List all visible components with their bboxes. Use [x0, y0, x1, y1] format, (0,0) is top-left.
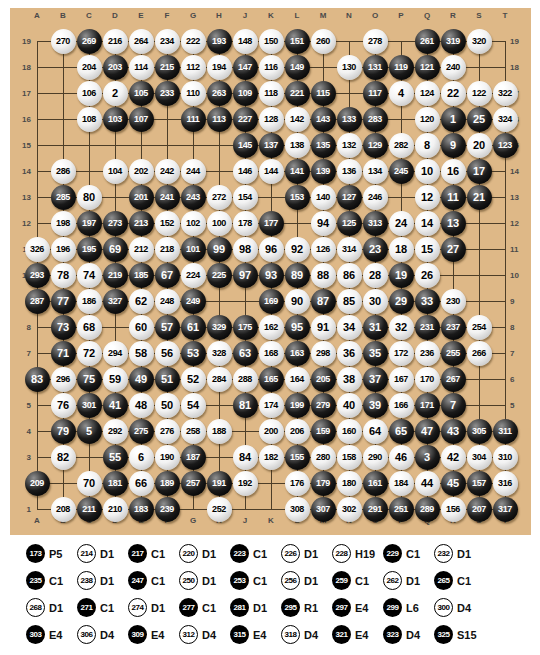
stone-H16[interactable]: 113: [207, 107, 232, 132]
stone-C18[interactable]: 204: [77, 55, 102, 80]
stone-C8[interactable]: 68: [77, 315, 102, 340]
stone-O2[interactable]: 161: [363, 471, 388, 496]
stone-J6[interactable]: 288: [233, 367, 258, 392]
stone-E13[interactable]: 201: [129, 185, 154, 210]
stone-C7[interactable]: 72: [77, 341, 102, 366]
stone-P2[interactable]: 184: [389, 471, 414, 496]
stone-S19[interactable]: 320: [467, 29, 492, 54]
stone-F17[interactable]: 233: [155, 81, 180, 106]
stone-K12[interactable]: 177: [259, 211, 284, 236]
stone-H4[interactable]: 188: [207, 419, 232, 444]
stone-G8[interactable]: 61: [181, 315, 206, 340]
stone-B7[interactable]: 71: [51, 341, 76, 366]
stone-B4[interactable]: 79: [51, 419, 76, 444]
stone-R6[interactable]: 267: [441, 367, 466, 392]
stone-R3[interactable]: 42: [441, 445, 466, 470]
stone-L11[interactable]: 92: [285, 237, 310, 262]
stone-G10[interactable]: 224: [181, 263, 206, 288]
stone-N7[interactable]: 36: [337, 341, 362, 366]
stone-B6[interactable]: 296: [51, 367, 76, 392]
stone-P1[interactable]: 251: [389, 497, 414, 522]
stone-Q17[interactable]: 124: [415, 81, 440, 106]
stone-R14[interactable]: 16: [441, 159, 466, 184]
stone-A9[interactable]: 287: [25, 289, 50, 314]
stone-E19[interactable]: 264: [129, 29, 154, 54]
stone-P17[interactable]: 4: [389, 81, 414, 106]
stone-L1[interactable]: 308: [285, 497, 310, 522]
stone-O1[interactable]: 291: [363, 497, 388, 522]
stone-K8[interactable]: 162: [259, 315, 284, 340]
stone-F8[interactable]: 57: [155, 315, 180, 340]
stone-M15[interactable]: 135: [311, 133, 336, 158]
stone-N2[interactable]: 180: [337, 471, 362, 496]
stone-T2[interactable]: 316: [493, 471, 518, 496]
stone-B13[interactable]: 285: [51, 185, 76, 210]
stone-N4[interactable]: 160: [337, 419, 362, 444]
stone-K7[interactable]: 168: [259, 341, 284, 366]
stone-M10[interactable]: 88: [311, 263, 336, 288]
stone-L10[interactable]: 89: [285, 263, 310, 288]
stone-A2[interactable]: 209: [25, 471, 50, 496]
stone-B8[interactable]: 73: [51, 315, 76, 340]
stone-K10[interactable]: 93: [259, 263, 284, 288]
stone-J2[interactable]: 192: [233, 471, 258, 496]
stone-O8[interactable]: 31: [363, 315, 388, 340]
stone-L14[interactable]: 141: [285, 159, 310, 184]
stone-S13[interactable]: 21: [467, 185, 492, 210]
stone-F18[interactable]: 215: [155, 55, 180, 80]
stone-B3[interactable]: 82: [51, 445, 76, 470]
stone-R11[interactable]: 27: [441, 237, 466, 262]
stone-J19[interactable]: 148: [233, 29, 258, 54]
stone-Q3[interactable]: 3: [415, 445, 440, 470]
stone-N14[interactable]: 136: [337, 159, 362, 184]
stone-O14[interactable]: 134: [363, 159, 388, 184]
stone-E18[interactable]: 114: [129, 55, 154, 80]
stone-P5[interactable]: 166: [389, 393, 414, 418]
stone-E5[interactable]: 48: [129, 393, 154, 418]
stone-D16[interactable]: 103: [103, 107, 128, 132]
stone-G11[interactable]: 101: [181, 237, 206, 262]
stone-Q8[interactable]: 231: [415, 315, 440, 340]
stone-G17[interactable]: 110: [181, 81, 206, 106]
stone-R17[interactable]: 22: [441, 81, 466, 106]
stone-O18[interactable]: 131: [363, 55, 388, 80]
stone-M19[interactable]: 260: [311, 29, 336, 54]
stone-H1[interactable]: 252: [207, 497, 232, 522]
stone-F4[interactable]: 276: [155, 419, 180, 444]
stone-G5[interactable]: 54: [181, 393, 206, 418]
stone-O7[interactable]: 35: [363, 341, 388, 366]
stone-L6[interactable]: 164: [285, 367, 310, 392]
stone-N3[interactable]: 158: [337, 445, 362, 470]
stone-M1[interactable]: 307: [311, 497, 336, 522]
stone-N15[interactable]: 132: [337, 133, 362, 158]
stone-N6[interactable]: 38: [337, 367, 362, 392]
stone-L2[interactable]: 176: [285, 471, 310, 496]
stone-E4[interactable]: 275: [129, 419, 154, 444]
stone-C13[interactable]: 80: [77, 185, 102, 210]
stone-J13[interactable]: 154: [233, 185, 258, 210]
stone-F13[interactable]: 241: [155, 185, 180, 210]
stone-B19[interactable]: 270: [51, 29, 76, 54]
stone-H7[interactable]: 328: [207, 341, 232, 366]
stone-T17[interactable]: 322: [493, 81, 518, 106]
stone-C4[interactable]: 5: [77, 419, 102, 444]
stone-E2[interactable]: 66: [129, 471, 154, 496]
stone-F1[interactable]: 239: [155, 497, 180, 522]
stone-Q15[interactable]: 8: [415, 133, 440, 158]
stone-O17[interactable]: 117: [363, 81, 388, 106]
annotation-move-223: 223C1: [230, 544, 281, 563]
stone-L3[interactable]: 155: [285, 445, 310, 470]
stone-B12[interactable]: 198: [51, 211, 76, 236]
stone-N10[interactable]: 86: [337, 263, 362, 288]
stone-M14[interactable]: 139: [311, 159, 336, 184]
stone-E8[interactable]: 60: [129, 315, 154, 340]
stone-G7[interactable]: 53: [181, 341, 206, 366]
stone-Q10[interactable]: 26: [415, 263, 440, 288]
stone-Q7[interactable]: 236: [415, 341, 440, 366]
stone-C2[interactable]: 70: [77, 471, 102, 496]
stone-E1[interactable]: 183: [129, 497, 154, 522]
stone-E6[interactable]: 49: [129, 367, 154, 392]
stone-K6[interactable]: 165: [259, 367, 284, 392]
stone-C6[interactable]: 75: [77, 367, 102, 392]
stone-G18[interactable]: 112: [181, 55, 206, 80]
stone-Q6[interactable]: 170: [415, 367, 440, 392]
stone-Q19[interactable]: 261: [415, 29, 440, 54]
stone-D11[interactable]: 69: [103, 237, 128, 262]
stone-T1[interactable]: 317: [493, 497, 518, 522]
stone-F6[interactable]: 51: [155, 367, 180, 392]
stone-Q2[interactable]: 44: [415, 471, 440, 496]
stone-N12[interactable]: 125: [337, 211, 362, 236]
stone-N18[interactable]: 130: [337, 55, 362, 80]
stone-K5[interactable]: 174: [259, 393, 284, 418]
stone-C16[interactable]: 108: [77, 107, 102, 132]
stone-J17[interactable]: 109: [233, 81, 258, 106]
stone-S3[interactable]: 304: [467, 445, 492, 470]
stone-M6[interactable]: 205: [311, 367, 336, 392]
stone-M2[interactable]: 179: [311, 471, 336, 496]
stone-O5[interactable]: 39: [363, 393, 388, 418]
stone-M16[interactable]: 143: [311, 107, 336, 132]
stone-T15[interactable]: 123: [493, 133, 518, 158]
stone-Q16[interactable]: 120: [415, 107, 440, 132]
stone-R12[interactable]: 13: [441, 211, 466, 236]
stone-R15[interactable]: 9: [441, 133, 466, 158]
stone-O4[interactable]: 64: [363, 419, 388, 444]
stone-D10[interactable]: 219: [103, 263, 128, 288]
stone-N1[interactable]: 302: [337, 497, 362, 522]
stone-M13[interactable]: 140: [311, 185, 336, 210]
stone-R4[interactable]: 43: [441, 419, 466, 444]
stone-P12[interactable]: 24: [389, 211, 414, 236]
stone-D7[interactable]: 294: [103, 341, 128, 366]
stone-E11[interactable]: 212: [129, 237, 154, 262]
stone-G9[interactable]: 249: [181, 289, 206, 314]
stone-P11[interactable]: 18: [389, 237, 414, 262]
stone-Q5[interactable]: 171: [415, 393, 440, 418]
stone-D5[interactable]: 41: [103, 393, 128, 418]
stone-F7[interactable]: 56: [155, 341, 180, 366]
stone-F11[interactable]: 218: [155, 237, 180, 262]
stone-H2[interactable]: 191: [207, 471, 232, 496]
stone-P10[interactable]: 19: [389, 263, 414, 288]
stone-J5[interactable]: 81: [233, 393, 258, 418]
stone-C9[interactable]: 186: [77, 289, 102, 314]
stone-N16[interactable]: 133: [337, 107, 362, 132]
stone-J16[interactable]: 227: [233, 107, 258, 132]
stone-O15[interactable]: 129: [363, 133, 388, 158]
stone-P15[interactable]: 282: [389, 133, 414, 158]
stone-D18[interactable]: 203: [103, 55, 128, 80]
stone-J10[interactable]: 97: [233, 263, 258, 288]
stone-J11[interactable]: 98: [233, 237, 258, 262]
stone-T4[interactable]: 311: [493, 419, 518, 444]
stone-J15[interactable]: 145: [233, 133, 258, 158]
stone-R7[interactable]: 255: [441, 341, 466, 366]
stone-E12[interactable]: 213: [129, 211, 154, 236]
stone-G16[interactable]: 111: [181, 107, 206, 132]
stone-J8[interactable]: 175: [233, 315, 258, 340]
stone-L15[interactable]: 138: [285, 133, 310, 158]
stone-T3[interactable]: 310: [493, 445, 518, 470]
stone-K15[interactable]: 137: [259, 133, 284, 158]
stone-J18[interactable]: 147: [233, 55, 258, 80]
stone-Q13[interactable]: 12: [415, 185, 440, 210]
stone-D1[interactable]: 210: [103, 497, 128, 522]
stone-G13[interactable]: 243: [181, 185, 206, 210]
stone-A11[interactable]: 326: [25, 237, 50, 262]
stone-D9[interactable]: 327: [103, 289, 128, 314]
stone-M3[interactable]: 280: [311, 445, 336, 470]
stone-G12[interactable]: 102: [181, 211, 206, 236]
stone-O16[interactable]: 283: [363, 107, 388, 132]
stone-O13[interactable]: 246: [363, 185, 388, 210]
stone-H10[interactable]: 225: [207, 263, 232, 288]
stone-P4[interactable]: 65: [389, 419, 414, 444]
stone-D4[interactable]: 292: [103, 419, 128, 444]
stone-C5[interactable]: 301: [77, 393, 102, 418]
stone-R9[interactable]: 230: [441, 289, 466, 314]
stone-D17[interactable]: 2: [103, 81, 128, 106]
stone-C11[interactable]: 195: [77, 237, 102, 262]
stone-B5[interactable]: 76: [51, 393, 76, 418]
stone-O19[interactable]: 278: [363, 29, 388, 54]
stone-T16[interactable]: 324: [493, 107, 518, 132]
stone-D19[interactable]: 216: [103, 29, 128, 54]
stone-O9[interactable]: 30: [363, 289, 388, 314]
stone-S16[interactable]: 25: [467, 107, 492, 132]
move-badge-223: 223: [230, 544, 249, 563]
stone-C1[interactable]: 211: [77, 497, 102, 522]
stone-M8[interactable]: 91: [311, 315, 336, 340]
stone-R2[interactable]: 45: [441, 471, 466, 496]
stone-L9[interactable]: 90: [285, 289, 310, 314]
stone-B1[interactable]: 208: [51, 497, 76, 522]
stone-B10[interactable]: 78: [51, 263, 76, 288]
stone-H13[interactable]: 272: [207, 185, 232, 210]
stone-R18[interactable]: 240: [441, 55, 466, 80]
stone-J3[interactable]: 84: [233, 445, 258, 470]
stone-D12[interactable]: 273: [103, 211, 128, 236]
stone-O11[interactable]: 23: [363, 237, 388, 262]
stone-Q18[interactable]: 121: [415, 55, 440, 80]
stone-N9[interactable]: 85: [337, 289, 362, 314]
stone-Q11[interactable]: 15: [415, 237, 440, 262]
stone-R19[interactable]: 319: [441, 29, 466, 54]
stone-K19[interactable]: 150: [259, 29, 284, 54]
stone-M11[interactable]: 126: [311, 237, 336, 262]
stone-Q14[interactable]: 10: [415, 159, 440, 184]
stone-F19[interactable]: 234: [155, 29, 180, 54]
stone-S4[interactable]: 305: [467, 419, 492, 444]
stone-L7[interactable]: 163: [285, 341, 310, 366]
stone-B9[interactable]: 77: [51, 289, 76, 314]
stone-J7[interactable]: 63: [233, 341, 258, 366]
stone-R1[interactable]: 156: [441, 497, 466, 522]
stone-D3[interactable]: 55: [103, 445, 128, 470]
stone-G19[interactable]: 222: [181, 29, 206, 54]
stone-Q1[interactable]: 289: [415, 497, 440, 522]
stone-E7[interactable]: 58: [129, 341, 154, 366]
stone-F14[interactable]: 242: [155, 159, 180, 184]
stone-L8[interactable]: 95: [285, 315, 310, 340]
stone-G4[interactable]: 258: [181, 419, 206, 444]
stone-E10[interactable]: 185: [129, 263, 154, 288]
stone-H17[interactable]: 263: [207, 81, 232, 106]
stone-O3[interactable]: 290: [363, 445, 388, 470]
stone-F12[interactable]: 152: [155, 211, 180, 236]
stone-L4[interactable]: 206: [285, 419, 310, 444]
stone-B14[interactable]: 286: [51, 159, 76, 184]
stone-R5[interactable]: 7: [441, 393, 466, 418]
move-point-label: E4: [355, 629, 368, 641]
stone-A6[interactable]: 83: [25, 367, 50, 392]
stone-G2[interactable]: 257: [181, 471, 206, 496]
stone-L17[interactable]: 221: [285, 81, 310, 106]
stone-H18[interactable]: 194: [207, 55, 232, 80]
stone-H19[interactable]: 193: [207, 29, 232, 54]
stone-F10[interactable]: 67: [155, 263, 180, 288]
stone-S7[interactable]: 266: [467, 341, 492, 366]
stone-K11[interactable]: 96: [259, 237, 284, 262]
stone-L13[interactable]: 153: [285, 185, 310, 210]
stone-R13[interactable]: 11: [441, 185, 466, 210]
stone-F2[interactable]: 189: [155, 471, 180, 496]
stone-R16[interactable]: 1: [441, 107, 466, 132]
stone-O6[interactable]: 37: [363, 367, 388, 392]
stone-M12[interactable]: 94: [311, 211, 336, 236]
stone-Q12[interactable]: 14: [415, 211, 440, 236]
move-badge-312: 312: [179, 625, 198, 644]
stone-K4[interactable]: 200: [259, 419, 284, 444]
stone-B11[interactable]: 196: [51, 237, 76, 262]
stone-A10[interactable]: 293: [25, 263, 50, 288]
stone-L16[interactable]: 142: [285, 107, 310, 132]
stone-P18[interactable]: 119: [389, 55, 414, 80]
stone-P9[interactable]: 29: [389, 289, 414, 314]
stone-H8[interactable]: 329: [207, 315, 232, 340]
stone-M7[interactable]: 298: [311, 341, 336, 366]
stone-S1[interactable]: 207: [467, 497, 492, 522]
stone-M5[interactable]: 279: [311, 393, 336, 418]
stone-H11[interactable]: 99: [207, 237, 232, 262]
stone-K16[interactable]: 128: [259, 107, 284, 132]
board-grid[interactable]: 2702692162642342221931481501512602782613…: [37, 41, 506, 510]
stone-K18[interactable]: 116: [259, 55, 284, 80]
stone-D14[interactable]: 104: [103, 159, 128, 184]
stone-N11[interactable]: 314: [337, 237, 362, 262]
stone-P14[interactable]: 245: [389, 159, 414, 184]
stone-D2[interactable]: 181: [103, 471, 128, 496]
stone-G6[interactable]: 52: [181, 367, 206, 392]
stone-M4[interactable]: 159: [311, 419, 336, 444]
stone-O12[interactable]: 313: [363, 211, 388, 236]
stone-Q4[interactable]: 47: [415, 419, 440, 444]
stone-E17[interactable]: 105: [129, 81, 154, 106]
stone-C12[interactable]: 197: [77, 211, 102, 236]
stone-M9[interactable]: 87: [311, 289, 336, 314]
stone-N13[interactable]: 127: [337, 185, 362, 210]
stone-P8[interactable]: 32: [389, 315, 414, 340]
stone-S15[interactable]: 20: [467, 133, 492, 158]
stone-L18[interactable]: 149: [285, 55, 310, 80]
stone-S2[interactable]: 157: [467, 471, 492, 496]
stone-E3[interactable]: 6: [129, 445, 154, 470]
stone-L19[interactable]: 151: [285, 29, 310, 54]
stone-N5[interactable]: 40: [337, 393, 362, 418]
stone-N8[interactable]: 34: [337, 315, 362, 340]
stone-E14[interactable]: 202: [129, 159, 154, 184]
stone-J14[interactable]: 146: [233, 159, 258, 184]
stone-C19[interactable]: 269: [77, 29, 102, 54]
stone-O10[interactable]: 28: [363, 263, 388, 288]
stone-C10[interactable]: 74: [77, 263, 102, 288]
stone-E16[interactable]: 107: [129, 107, 154, 132]
stone-H6[interactable]: 284: [207, 367, 232, 392]
stone-S14[interactable]: 17: [467, 159, 492, 184]
stone-F5[interactable]: 50: [155, 393, 180, 418]
stone-L5[interactable]: 199: [285, 393, 310, 418]
stone-Q9[interactable]: 33: [415, 289, 440, 314]
stone-H12[interactable]: 100: [207, 211, 232, 236]
stone-K9[interactable]: 169: [259, 289, 284, 314]
move-point-label: D1: [151, 602, 165, 614]
stone-D6[interactable]: 59: [103, 367, 128, 392]
stone-P6[interactable]: 167: [389, 367, 414, 392]
stone-F3[interactable]: 190: [155, 445, 180, 470]
stone-P3[interactable]: 46: [389, 445, 414, 470]
stone-C17[interactable]: 106: [77, 81, 102, 106]
stone-R8[interactable]: 237: [441, 315, 466, 340]
stone-P7[interactable]: 172: [389, 341, 414, 366]
stone-M17[interactable]: 115: [311, 81, 336, 106]
stone-G3[interactable]: 187: [181, 445, 206, 470]
stone-E9[interactable]: 62: [129, 289, 154, 314]
annotation-move-318: 318D4: [281, 625, 332, 644]
stone-K14[interactable]: 144: [259, 159, 284, 184]
stone-J12[interactable]: 178: [233, 211, 258, 236]
stone-F9[interactable]: 248: [155, 289, 180, 314]
stone-S8[interactable]: 254: [467, 315, 492, 340]
stone-G14[interactable]: 244: [181, 159, 206, 184]
stone-S17[interactable]: 122: [467, 81, 492, 106]
stone-K3[interactable]: 182: [259, 445, 284, 470]
stone-K17[interactable]: 118: [259, 81, 284, 106]
